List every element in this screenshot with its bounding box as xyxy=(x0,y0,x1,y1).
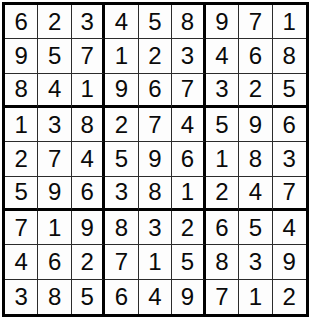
cell-r3c6[interactable]: 7 xyxy=(172,74,205,108)
cell-r3c2[interactable]: 4 xyxy=(38,74,71,108)
sudoku-board: 6234589719571234688419673251382745962745… xyxy=(2,2,309,317)
cell-r4c4[interactable]: 2 xyxy=(105,108,138,142)
sudoku-screenshot: 6234589719571234688419673251382745962745… xyxy=(0,0,312,320)
cell-r8c3[interactable]: 2 xyxy=(72,245,105,279)
cell-r6c4[interactable]: 3 xyxy=(105,177,138,211)
cell-r2c2[interactable]: 5 xyxy=(38,39,71,73)
cell-r6c8[interactable]: 4 xyxy=(239,177,272,211)
cell-r3c4[interactable]: 9 xyxy=(105,74,138,108)
cell-r1c8[interactable]: 7 xyxy=(239,5,272,39)
cell-r8c6[interactable]: 5 xyxy=(172,245,205,279)
cell-r3c8[interactable]: 2 xyxy=(239,74,272,108)
cell-r1c9[interactable]: 1 xyxy=(273,5,306,39)
cell-r8c2[interactable]: 6 xyxy=(38,245,71,279)
cell-r3c5[interactable]: 6 xyxy=(139,74,172,108)
cell-r4c8[interactable]: 9 xyxy=(239,108,272,142)
cell-r8c7[interactable]: 8 xyxy=(206,245,239,279)
cell-r1c6[interactable]: 8 xyxy=(172,5,205,39)
cell-r8c8[interactable]: 3 xyxy=(239,245,272,279)
cell-r2c1[interactable]: 9 xyxy=(5,39,38,73)
cell-r9c6[interactable]: 9 xyxy=(172,280,205,314)
cell-r1c1[interactable]: 6 xyxy=(5,5,38,39)
cell-r5c9[interactable]: 3 xyxy=(273,142,306,176)
cell-r1c2[interactable]: 2 xyxy=(38,5,71,39)
cell-r5c4[interactable]: 5 xyxy=(105,142,138,176)
cell-r4c3[interactable]: 8 xyxy=(72,108,105,142)
cell-r4c1[interactable]: 1 xyxy=(5,108,38,142)
cell-r5c5[interactable]: 9 xyxy=(139,142,172,176)
cell-r6c2[interactable]: 9 xyxy=(38,177,71,211)
cell-r6c7[interactable]: 2 xyxy=(206,177,239,211)
cell-r1c5[interactable]: 5 xyxy=(139,5,172,39)
cell-r2c8[interactable]: 6 xyxy=(239,39,272,73)
cell-r5c2[interactable]: 7 xyxy=(38,142,71,176)
cell-r8c9[interactable]: 9 xyxy=(273,245,306,279)
cell-r8c1[interactable]: 4 xyxy=(5,245,38,279)
cell-r2c3[interactable]: 7 xyxy=(72,39,105,73)
cell-r6c1[interactable]: 5 xyxy=(5,177,38,211)
cell-r3c3[interactable]: 1 xyxy=(72,74,105,108)
cell-r8c5[interactable]: 1 xyxy=(139,245,172,279)
cell-r4c9[interactable]: 6 xyxy=(273,108,306,142)
cell-r6c9[interactable]: 7 xyxy=(273,177,306,211)
cell-r1c4[interactable]: 4 xyxy=(105,5,138,39)
cell-r7c6[interactable]: 2 xyxy=(172,211,205,245)
cell-r9c9[interactable]: 2 xyxy=(273,280,306,314)
cell-r3c7[interactable]: 3 xyxy=(206,74,239,108)
cell-r8c4[interactable]: 7 xyxy=(105,245,138,279)
cell-r9c8[interactable]: 1 xyxy=(239,280,272,314)
cell-r1c7[interactable]: 9 xyxy=(206,5,239,39)
cell-r2c5[interactable]: 2 xyxy=(139,39,172,73)
cell-r3c9[interactable]: 5 xyxy=(273,74,306,108)
cell-r7c1[interactable]: 7 xyxy=(5,211,38,245)
cell-r6c3[interactable]: 6 xyxy=(72,177,105,211)
cell-r5c7[interactable]: 1 xyxy=(206,142,239,176)
cell-r9c3[interactable]: 5 xyxy=(72,280,105,314)
cell-r7c2[interactable]: 1 xyxy=(38,211,71,245)
cell-r9c2[interactable]: 8 xyxy=(38,280,71,314)
cell-r5c3[interactable]: 4 xyxy=(72,142,105,176)
cell-r3c1[interactable]: 8 xyxy=(5,74,38,108)
cell-r4c7[interactable]: 5 xyxy=(206,108,239,142)
cell-r5c1[interactable]: 2 xyxy=(5,142,38,176)
cell-r7c7[interactable]: 6 xyxy=(206,211,239,245)
cell-r5c6[interactable]: 6 xyxy=(172,142,205,176)
cell-r4c6[interactable]: 4 xyxy=(172,108,205,142)
cell-r1c3[interactable]: 3 xyxy=(72,5,105,39)
cell-r7c8[interactable]: 5 xyxy=(239,211,272,245)
cell-r4c5[interactable]: 7 xyxy=(139,108,172,142)
cell-r9c5[interactable]: 4 xyxy=(139,280,172,314)
cell-r6c5[interactable]: 8 xyxy=(139,177,172,211)
cell-r2c6[interactable]: 3 xyxy=(172,39,205,73)
cell-r2c7[interactable]: 4 xyxy=(206,39,239,73)
cell-r6c6[interactable]: 1 xyxy=(172,177,205,211)
cell-r9c7[interactable]: 7 xyxy=(206,280,239,314)
cell-r7c9[interactable]: 4 xyxy=(273,211,306,245)
cell-r7c4[interactable]: 8 xyxy=(105,211,138,245)
cell-r7c3[interactable]: 9 xyxy=(72,211,105,245)
cell-r9c1[interactable]: 3 xyxy=(5,280,38,314)
cell-r7c5[interactable]: 3 xyxy=(139,211,172,245)
cell-r2c4[interactable]: 1 xyxy=(105,39,138,73)
cell-r4c2[interactable]: 3 xyxy=(38,108,71,142)
cell-r2c9[interactable]: 8 xyxy=(273,39,306,73)
cell-r5c8[interactable]: 8 xyxy=(239,142,272,176)
cell-r9c4[interactable]: 6 xyxy=(105,280,138,314)
